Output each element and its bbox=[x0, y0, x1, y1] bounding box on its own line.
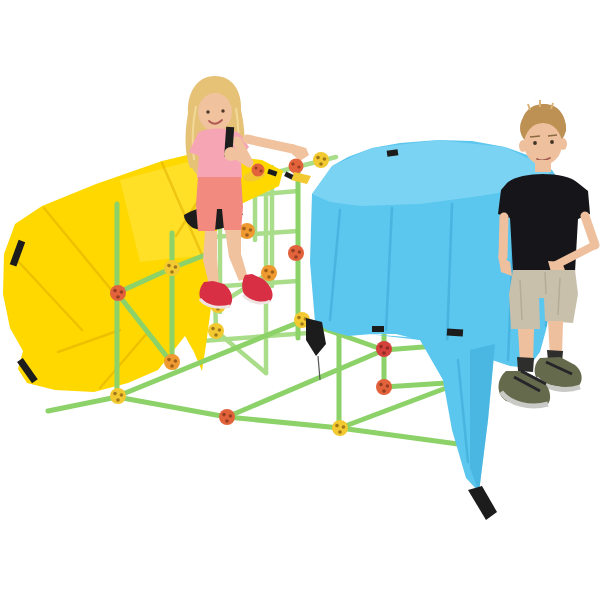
ball-hole bbox=[291, 249, 295, 253]
ball-hole bbox=[386, 346, 390, 350]
connector-ball bbox=[288, 245, 304, 261]
ball-hole bbox=[379, 383, 383, 387]
connector-ball bbox=[261, 265, 277, 281]
scene-canvas bbox=[0, 0, 600, 600]
ball-hole bbox=[297, 165, 300, 168]
ball-hole bbox=[249, 228, 253, 232]
ball-hole bbox=[335, 424, 339, 428]
girl-fist bbox=[224, 147, 238, 161]
fort-rod bbox=[117, 397, 227, 417]
ball-hole bbox=[382, 351, 386, 355]
boy-arm-left bbox=[503, 217, 504, 257]
ball-hole bbox=[319, 162, 323, 166]
ball-hole bbox=[222, 413, 226, 417]
ball-hole bbox=[294, 255, 298, 259]
girl-eye bbox=[206, 110, 209, 113]
fort-rod bbox=[227, 417, 340, 428]
connector-ball bbox=[164, 260, 180, 276]
ball-hole bbox=[300, 322, 304, 326]
girl-eye bbox=[221, 109, 224, 112]
tarp-strap bbox=[372, 326, 384, 332]
connector-ball bbox=[208, 323, 224, 339]
boy-neck bbox=[535, 160, 551, 172]
fort-rod bbox=[340, 382, 462, 428]
ball-hole bbox=[214, 333, 218, 337]
girl-arm-right bbox=[247, 139, 293, 149]
ball-hole bbox=[255, 167, 258, 170]
ball-hole bbox=[229, 414, 233, 418]
clip-ball bbox=[289, 159, 304, 174]
connector-ball bbox=[376, 341, 392, 357]
ball-hole bbox=[298, 250, 302, 254]
ball-hole bbox=[264, 269, 268, 273]
ball-hole bbox=[170, 270, 174, 274]
ball-hole bbox=[338, 430, 342, 434]
product-photo-fort-kit: Two children playing with a build-a-fort… bbox=[0, 0, 600, 600]
boy-arm-right bbox=[585, 216, 595, 245]
ball-hole bbox=[323, 157, 327, 161]
connector-ball bbox=[164, 354, 180, 370]
ball-hole bbox=[211, 327, 215, 331]
ball-hole bbox=[174, 265, 178, 269]
ball-hole bbox=[382, 389, 386, 393]
ball-hole bbox=[218, 328, 222, 332]
clip-wing bbox=[291, 172, 311, 184]
boy-eye bbox=[533, 141, 537, 145]
ball-hole bbox=[271, 270, 275, 274]
ball-hole bbox=[316, 156, 320, 160]
ball-hole bbox=[386, 384, 390, 388]
ball-hole bbox=[113, 289, 117, 293]
ball-hole bbox=[342, 425, 346, 429]
ball-hole bbox=[267, 275, 271, 279]
ball-hole bbox=[174, 359, 178, 363]
blue-tarp-flap-shade bbox=[470, 344, 495, 492]
connector-ball bbox=[219, 409, 235, 425]
flap-tip-strap bbox=[468, 486, 497, 520]
ball-hole bbox=[297, 316, 301, 320]
ball-hole bbox=[291, 162, 294, 165]
ball-hole bbox=[116, 398, 120, 402]
ball-hole bbox=[113, 392, 117, 396]
boy-sock bbox=[517, 357, 534, 372]
tarp-strap bbox=[447, 328, 463, 336]
ball-hole bbox=[167, 264, 171, 268]
boy-eye bbox=[550, 140, 554, 144]
ball-hole bbox=[120, 290, 124, 294]
connector-ball bbox=[110, 388, 126, 404]
girl-face bbox=[198, 93, 232, 131]
ball-hole bbox=[120, 393, 124, 397]
ball-hole bbox=[225, 419, 229, 423]
boy-face bbox=[524, 123, 562, 165]
clip-ball bbox=[252, 164, 265, 177]
ball-hole bbox=[116, 295, 120, 299]
connector-ball bbox=[110, 285, 126, 301]
connector-ball bbox=[332, 420, 348, 436]
ball-hole bbox=[260, 170, 263, 173]
fort-rod bbox=[340, 428, 458, 444]
girl-hand-right bbox=[292, 144, 309, 161]
ball-hole bbox=[170, 364, 174, 368]
ball-hole bbox=[245, 233, 249, 237]
connector-ball bbox=[376, 379, 392, 395]
fort-rod bbox=[48, 397, 117, 411]
ball-hole bbox=[242, 227, 246, 231]
ball-hole bbox=[167, 358, 171, 362]
connector-ball bbox=[313, 152, 329, 168]
ball-hole bbox=[379, 345, 383, 349]
